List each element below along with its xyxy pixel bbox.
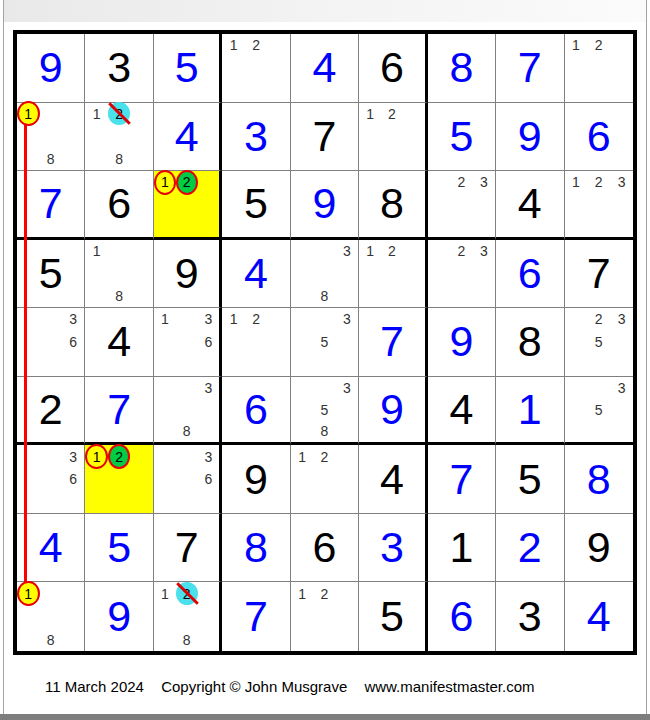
candidate-2-circled: 2 (176, 171, 198, 193)
footer: 11 March 2024 Copyright © John Musgrave … (45, 678, 547, 695)
cell-r8c4[interactable]: 8 (222, 514, 290, 583)
cell-r3c1[interactable]: 7 (17, 171, 85, 240)
cell-r5c7[interactable]: 9 (428, 308, 496, 377)
candidate-5: 5 (587, 399, 610, 421)
cell-r2c1[interactable]: 18 (17, 103, 85, 172)
solved-digit: 6 (587, 115, 611, 158)
sudoku-board: 9351246871218128437125967612598234123518… (13, 30, 637, 655)
candidate-3: 3 (62, 445, 85, 468)
cell-r8c1[interactable]: 4 (17, 514, 85, 583)
candidate-3: 3 (336, 377, 359, 399)
page-right-border (646, 0, 647, 714)
candidate-2: 2 (245, 308, 268, 331)
candidate-1-circled: 1 (154, 171, 176, 193)
solved-digit: 4 (313, 46, 337, 89)
solved-digit: 7 (380, 320, 404, 363)
candidate-1: 1 (359, 240, 381, 263)
solved-digit: 7 (244, 595, 268, 638)
chain-line (24, 114, 27, 593)
candidate-5: 5 (313, 399, 336, 421)
candidate-3: 3 (62, 308, 85, 331)
cell-r5c9[interactable]: 235 (565, 308, 633, 377)
candidate-1: 1 (291, 582, 314, 605)
cell-r4c8[interactable]: 6 (496, 240, 564, 309)
candidate-8: 8 (108, 285, 131, 308)
cell-r2c6[interactable]: 12 (359, 103, 427, 172)
cell-r2c5[interactable]: 7 (291, 103, 359, 172)
given-digit: 5 (244, 182, 268, 225)
given-digit: 1 (449, 526, 473, 569)
footer-copyright: Copyright © John Musgrave (161, 678, 347, 695)
cell-r4c3[interactable]: 9 (154, 240, 222, 309)
cell-r9c3[interactable]: 128 (154, 582, 222, 651)
given-digit: 8 (380, 182, 404, 225)
given-digit: 5 (39, 252, 63, 295)
window-top-strip (4, 0, 646, 22)
candidate-8: 8 (176, 420, 198, 442)
candidate-2: 2 (587, 34, 610, 57)
given-digit: 9 (244, 458, 268, 501)
cell-r2c7[interactable]: 5 (428, 103, 496, 172)
cell-r8c2[interactable]: 5 (85, 514, 153, 583)
cell-r2c4[interactable]: 3 (222, 103, 290, 172)
cell-r7c8[interactable]: 5 (496, 445, 564, 514)
candidate-2-eliminated: 2 (176, 582, 198, 605)
candidate-3: 3 (336, 240, 359, 263)
candidate-1: 1 (222, 308, 245, 331)
candidate-3: 3 (610, 171, 633, 193)
strike-line (108, 103, 131, 126)
solved-digit: 4 (175, 115, 199, 158)
solved-digit: 9 (39, 46, 63, 89)
cell-r8c7[interactable]: 1 (428, 514, 496, 583)
cell-r2c9[interactable]: 6 (565, 103, 633, 172)
candidate-2-eliminated: 2 (108, 103, 131, 126)
solved-digit: 6 (449, 595, 473, 638)
candidate-2: 2 (381, 240, 403, 263)
candidate-3: 3 (197, 377, 219, 399)
cell-r3c9[interactable]: 123 (565, 171, 633, 240)
solved-digit: 2 (518, 526, 542, 569)
candidate-8: 8 (176, 628, 198, 651)
cell-r3c2[interactable]: 6 (85, 171, 153, 240)
solved-digit: 5 (449, 115, 473, 158)
candidate-6: 6 (197, 468, 219, 491)
solved-digit: 8 (587, 458, 611, 501)
cell-r8c9[interactable]: 9 (565, 514, 633, 583)
cell-r4c7[interactable]: 23 (428, 240, 496, 309)
cell-r1c7[interactable]: 8 (428, 34, 496, 103)
solved-digit: 6 (244, 388, 268, 431)
cell-r4c6[interactable]: 12 (359, 240, 427, 309)
cell-r8c3[interactable]: 7 (154, 514, 222, 583)
solved-digit: 7 (107, 388, 131, 431)
candidate-1: 1 (291, 445, 314, 468)
cell-r1c3[interactable]: 5 (154, 34, 222, 103)
cell-r3c6[interactable]: 8 (359, 171, 427, 240)
cell-r6c7[interactable]: 4 (428, 377, 496, 446)
candidate-1-circled: 1 (17, 103, 40, 126)
cell-r9c6[interactable]: 5 (359, 582, 427, 651)
candidate-5: 5 (313, 331, 336, 354)
cell-r2c3[interactable]: 4 (154, 103, 222, 172)
cell-r7c3[interactable]: 36 (154, 445, 222, 514)
cell-r2c2[interactable]: 128 (85, 103, 153, 172)
candidate-2: 2 (245, 34, 268, 57)
cell-r9c2[interactable]: 9 (85, 582, 153, 651)
cell-r1c9[interactable]: 12 (565, 34, 633, 103)
given-digit: 2 (39, 388, 63, 431)
candidate-2-circled: 2 (108, 445, 131, 468)
given-digit: 3 (107, 46, 131, 89)
cell-r5c1[interactable]: 36 (17, 308, 85, 377)
given-digit: 4 (449, 388, 473, 431)
cell-r7c5[interactable]: 12 (291, 445, 359, 514)
given-digit: 9 (175, 252, 199, 295)
candidate-1: 1 (222, 34, 245, 57)
candidate-3: 3 (336, 308, 359, 331)
candidate-1: 1 (359, 103, 381, 126)
footer-website: www.manifestmaster.com (364, 678, 534, 695)
given-digit: 8 (518, 320, 542, 363)
cell-r5c5[interactable]: 35 (291, 308, 359, 377)
solved-digit: 8 (244, 526, 268, 569)
cell-r1c4[interactable]: 12 (222, 34, 290, 103)
circled-candidate-green-ring: 2 (108, 444, 131, 469)
cell-r8c6[interactable]: 3 (359, 514, 427, 583)
candidate-2: 2 (381, 103, 403, 126)
circled-candidate-green-ring: 2 (176, 170, 198, 195)
candidate-1-circled: 1 (85, 445, 108, 468)
candidate-2: 2 (587, 308, 610, 331)
given-digit: 4 (518, 182, 542, 225)
cell-r5c8[interactable]: 8 (496, 308, 564, 377)
cell-r9c8[interactable]: 3 (496, 582, 564, 651)
solved-digit: 9 (380, 388, 404, 431)
candidate-3: 3 (610, 308, 633, 331)
page-left-border (3, 0, 4, 714)
given-digit: 6 (313, 526, 337, 569)
candidate-1: 1 (85, 240, 108, 263)
cell-r4c1[interactable]: 5 (17, 240, 85, 309)
circled-candidate-yellow-ring: 1 (154, 170, 176, 195)
candidate-2: 2 (313, 582, 336, 605)
solved-digit: 7 (39, 182, 63, 225)
candidate-2: 2 (450, 171, 473, 193)
page-bottom-bar (0, 714, 650, 720)
cell-r9c4[interactable]: 7 (222, 582, 290, 651)
solved-digit: 5 (107, 526, 131, 569)
solved-digit: 9 (107, 595, 131, 638)
footer-date: 11 March 2024 (45, 678, 144, 695)
cell-r1c1[interactable]: 9 (17, 34, 85, 103)
solved-digit: 4 (244, 252, 268, 295)
cell-r7c6[interactable]: 4 (359, 445, 427, 514)
cell-r7c1[interactable]: 36 (17, 445, 85, 514)
cell-r1c2[interactable]: 3 (85, 34, 153, 103)
candidate-5: 5 (587, 331, 610, 354)
solved-digit: 1 (518, 388, 542, 431)
candidate-8: 8 (108, 148, 131, 171)
cell-r6c4[interactable]: 6 (222, 377, 290, 446)
candidate-1: 1 (565, 34, 588, 57)
cell-r4c2[interactable]: 18 (85, 240, 153, 309)
cell-r7c2[interactable]: 12 (85, 445, 153, 514)
circled-candidate-yellow-ring: 1 (85, 444, 108, 469)
cell-r6c2[interactable]: 7 (85, 377, 153, 446)
given-digit: 9 (587, 526, 611, 569)
given-digit: 7 (313, 115, 337, 158)
cell-r7c4[interactable]: 9 (222, 445, 290, 514)
candidate-8: 8 (313, 285, 336, 308)
given-digit: 5 (380, 595, 404, 638)
candidate-1: 1 (85, 103, 108, 126)
candidate-3: 3 (197, 445, 219, 468)
candidate-1: 1 (154, 582, 176, 605)
cell-r3c7[interactable]: 23 (428, 171, 496, 240)
cell-r5c6[interactable]: 7 (359, 308, 427, 377)
cell-r4c4[interactable]: 4 (222, 240, 290, 309)
cell-r2c8[interactable]: 9 (496, 103, 564, 172)
given-digit: 4 (380, 458, 404, 501)
cell-r6c8[interactable]: 1 (496, 377, 564, 446)
cell-r6c6[interactable]: 9 (359, 377, 427, 446)
solved-digit: 8 (449, 46, 473, 89)
cell-r6c1[interactable]: 2 (17, 377, 85, 446)
candidate-3: 3 (610, 377, 633, 399)
strike-line (176, 583, 199, 606)
given-digit: 5 (518, 458, 542, 501)
cell-r8c8[interactable]: 2 (496, 514, 564, 583)
candidate-3: 3 (473, 171, 496, 193)
cell-r7c9[interactable]: 8 (565, 445, 633, 514)
cell-r9c9[interactable]: 4 (565, 582, 633, 651)
circled-candidate-yellow-ring: 1 (17, 101, 40, 126)
candidate-1: 1 (565, 171, 588, 193)
solved-digit: 7 (449, 458, 473, 501)
given-digit: 4 (107, 320, 131, 363)
cell-r5c3[interactable]: 136 (154, 308, 222, 377)
candidate-3: 3 (473, 240, 496, 263)
candidate-2: 2 (587, 171, 610, 193)
cell-r3c4[interactable]: 5 (222, 171, 290, 240)
cell-r1c6[interactable]: 6 (359, 34, 427, 103)
cell-r6c9[interactable]: 35 (565, 377, 633, 446)
cell-r9c5[interactable]: 12 (291, 582, 359, 651)
cell-r9c7[interactable]: 6 (428, 582, 496, 651)
cell-r1c8[interactable]: 7 (496, 34, 564, 103)
solved-digit: 5 (175, 46, 199, 89)
circled-candidate-yellow-ring: 1 (17, 581, 40, 606)
solved-digit: 7 (518, 46, 542, 89)
solved-digit: 9 (449, 320, 473, 363)
eliminated-candidate-disc: 2 (176, 582, 198, 605)
candidate-8: 8 (39, 148, 62, 171)
candidate-8: 8 (313, 420, 336, 442)
candidate-8: 8 (39, 628, 62, 651)
given-digit: 3 (518, 595, 542, 638)
given-digit: 7 (175, 526, 199, 569)
given-digit: 6 (107, 182, 131, 225)
candidate-6: 6 (62, 331, 85, 354)
candidate-2: 2 (450, 240, 473, 263)
candidate-1: 1 (154, 308, 176, 331)
solved-digit: 6 (518, 252, 542, 295)
solved-digit: 4 (587, 595, 611, 638)
cell-r6c5[interactable]: 358 (291, 377, 359, 446)
cell-r1c5[interactable]: 4 (291, 34, 359, 103)
given-digit: 7 (587, 252, 611, 295)
cell-r4c5[interactable]: 38 (291, 240, 359, 309)
cell-r9c1[interactable]: 18 (17, 582, 85, 651)
cell-r3c3[interactable]: 12 (154, 171, 222, 240)
given-digit: 6 (380, 46, 404, 89)
candidate-6: 6 (62, 468, 85, 491)
cell-r3c5[interactable]: 9 (291, 171, 359, 240)
candidate-6: 6 (197, 331, 219, 354)
solved-digit: 4 (39, 526, 63, 569)
solved-digit: 9 (313, 182, 337, 225)
cell-r7c7[interactable]: 7 (428, 445, 496, 514)
eliminated-candidate-disc: 2 (108, 102, 131, 125)
cell-r5c2[interactable]: 4 (85, 308, 153, 377)
candidate-3: 3 (197, 308, 219, 331)
cell-r8c5[interactable]: 6 (291, 514, 359, 583)
cell-r4c9[interactable]: 7 (565, 240, 633, 309)
cell-r6c3[interactable]: 38 (154, 377, 222, 446)
candidate-2: 2 (313, 445, 336, 468)
cell-r5c4[interactable]: 12 (222, 308, 290, 377)
cell-r3c8[interactable]: 4 (496, 171, 564, 240)
solved-digit: 9 (518, 115, 542, 158)
candidate-1-circled: 1 (17, 582, 40, 605)
solved-digit: 3 (244, 115, 268, 158)
solved-digit: 3 (380, 526, 404, 569)
